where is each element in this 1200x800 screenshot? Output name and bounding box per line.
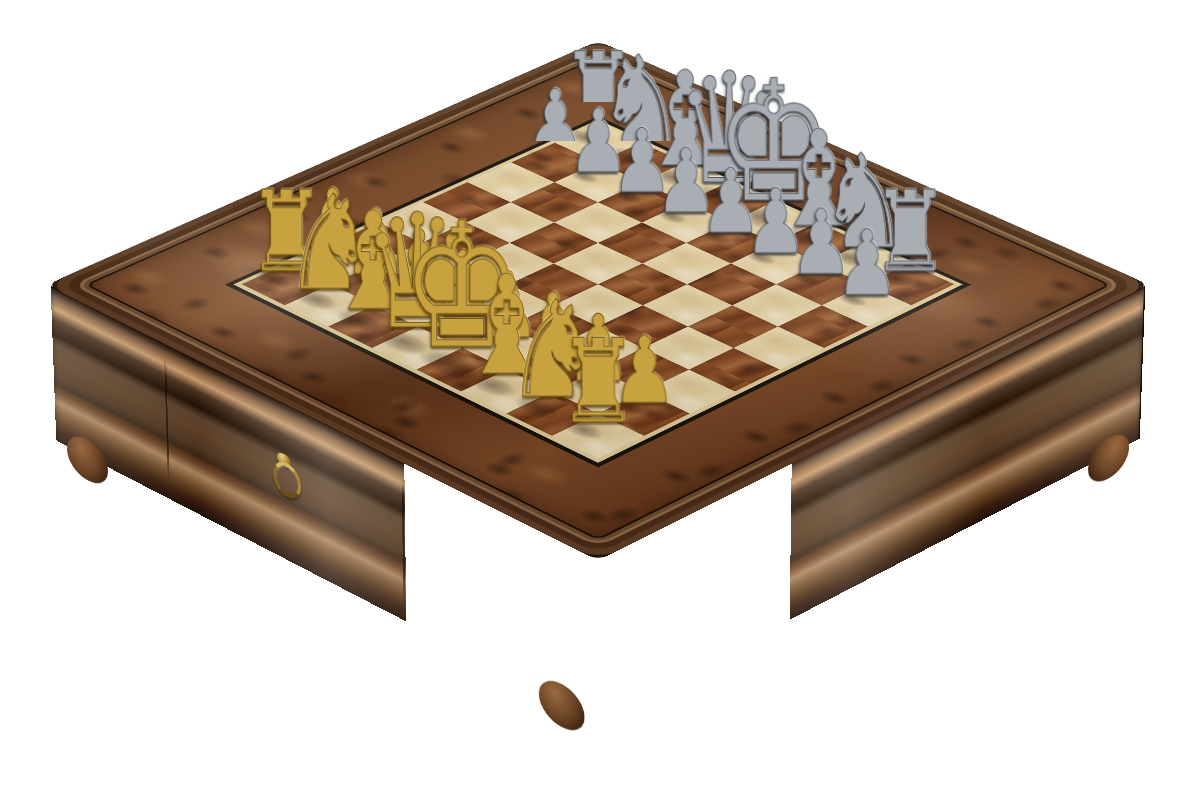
pawn-glyph: ♟ [835,218,898,308]
piece-black-pawn[interactable]: ♟ [776,113,957,304]
bun-foot-left [66,428,109,491]
bun-foot-right [1087,427,1130,490]
piece-white-rook[interactable]: ♜ [505,238,691,435]
perspective-scene: ♜♞♝♛♚♝♞♜♟♟♟♟♟♟♟♟♟♟♟♟♟♟♟♟♜♞♝♛♚♝♞♜ [0,0,1200,800]
rook-glyph: ♜ [557,323,638,439]
product-photo: ♜♞♝♛♚♝♞♜♟♟♟♟♟♟♟♟♟♟♟♟♟♟♟♟♜♞♝♛♚♝♞♜ [0,0,1200,800]
bun-foot-bottom [539,672,585,739]
chess-case: ♜♞♝♛♚♝♞♜♟♟♟♟♟♟♟♟♟♟♟♟♟♟♟♟♜♞♝♛♚♝♞♜ [46,41,1149,561]
ring-pull-loop [271,458,304,501]
drawer-seam-right [402,475,406,605]
